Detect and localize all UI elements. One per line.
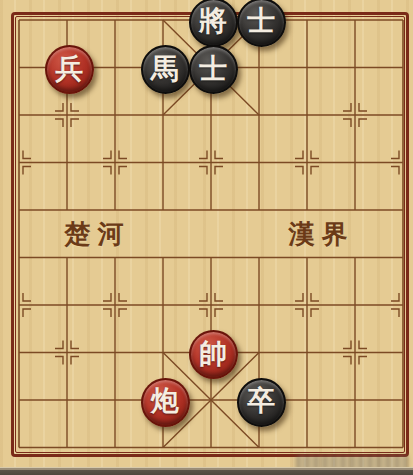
river-label-left: 楚河	[58, 217, 131, 252]
piece-glyph: 馬	[151, 55, 179, 83]
piece-black-general[interactable]: 將	[189, 0, 238, 47]
piece-black-advisor-right[interactable]: 士	[237, 0, 286, 47]
piece-black-horse[interactable]: 馬	[141, 45, 190, 94]
piece-red-general[interactable]: 帥	[189, 330, 238, 379]
piece-glyph: 炮	[151, 387, 179, 415]
piece-black-soldier[interactable]: 卒	[237, 378, 286, 427]
piece-red-soldier[interactable]: 兵	[45, 45, 94, 94]
piece-glyph: 士	[247, 7, 275, 35]
piece-black-advisor-center[interactable]: 士	[189, 45, 238, 94]
bottom-edge-strip	[0, 467, 413, 475]
piece-glyph: 將	[199, 7, 227, 35]
piece-red-cannon[interactable]: 炮	[141, 378, 190, 427]
river-label-right: 漢界	[282, 217, 355, 252]
piece-glyph: 士	[199, 55, 227, 83]
piece-glyph: 兵	[55, 55, 83, 83]
piece-glyph: 卒	[247, 387, 275, 415]
piece-glyph: 帥	[199, 340, 227, 368]
